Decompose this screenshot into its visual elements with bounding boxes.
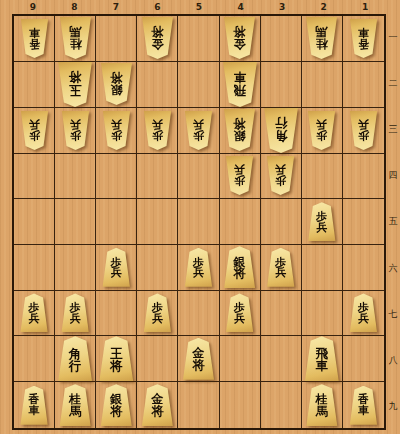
square-89[interactable]: 桂馬 [55,382,96,428]
piece-kanji: 桂馬 [69,394,81,418]
square-62[interactable] [137,62,178,108]
square-35[interactable] [261,199,302,245]
piece-sente-bishop[interactable]: 角行 [57,336,93,381]
file-label-8: 8 [54,0,96,14]
piece-shadow: 金将 [223,17,256,59]
piece-kanji: 歩兵 [193,118,204,140]
square-88[interactable]: 角行 [55,336,96,382]
piece-gote-pawn[interactable]: 歩兵 [102,111,131,150]
piece-gote-knight[interactable]: 桂馬 [305,17,338,59]
piece-sente-pawn[interactable]: 歩兵 [225,293,254,332]
piece-sente-pawn[interactable]: 歩兵 [307,202,336,241]
square-11[interactable]: 香車 [343,16,384,62]
square-26[interactable] [302,245,343,291]
piece-shadow: 銀将 [100,63,133,105]
square-33[interactable]: 角行 [261,108,302,154]
piece-kanji: 歩兵 [29,303,40,325]
square-16[interactable] [343,245,384,291]
piece-shadow: 飛車 [222,62,258,107]
piece-gote-rook[interactable]: 飛車 [222,62,258,107]
piece-sente-pawn[interactable]: 歩兵 [61,293,90,332]
piece-gote-pawn[interactable]: 歩兵 [266,156,295,195]
piece-sente-pawn[interactable]: 歩兵 [266,248,295,287]
piece-gote-pawn[interactable]: 歩兵 [307,111,336,150]
square-38[interactable] [261,336,302,382]
square-32[interactable] [261,62,302,108]
file-label-5: 5 [178,0,220,14]
piece-kanji: 金将 [151,394,163,418]
piece-kanji: 歩兵 [29,118,40,140]
square-52[interactable] [178,62,219,108]
file-label-7: 7 [95,0,137,14]
piece-sente-gold[interactable]: 金将 [141,384,174,426]
square-93[interactable]: 歩兵 [14,108,55,154]
square-54[interactable] [178,154,219,200]
square-78[interactable]: 王将 [96,336,137,382]
piece-sente-silver[interactable]: 銀将 [100,384,133,426]
square-84[interactable] [55,154,96,200]
rank-label-7: 七 [386,291,400,337]
square-56[interactable]: 歩兵 [178,245,219,291]
piece-sente-pawn[interactable]: 歩兵 [184,248,213,287]
piece-gote-bishop[interactable]: 角行 [263,108,299,153]
square-83[interactable]: 歩兵 [55,108,96,154]
piece-kanji: 角行 [274,117,287,142]
square-44[interactable]: 歩兵 [220,154,261,200]
square-82[interactable]: 玉将 [55,62,96,108]
piece-sente-lance[interactable]: 香車 [349,386,378,425]
square-23[interactable]: 歩兵 [302,108,343,154]
square-97[interactable]: 歩兵 [14,291,55,337]
piece-shadow: 歩兵 [184,248,213,287]
square-42[interactable]: 飛車 [220,62,261,108]
piece-sente-knight[interactable]: 桂馬 [59,384,92,426]
piece-gote-pawn[interactable]: 歩兵 [20,111,49,150]
piece-kanji: 歩兵 [358,303,369,325]
piece-sente-pawn[interactable]: 歩兵 [143,293,172,332]
piece-kanji: 歩兵 [234,303,245,325]
square-87[interactable]: 歩兵 [55,291,96,337]
rank-label-2: 二 [386,60,400,106]
square-34[interactable]: 歩兵 [261,154,302,200]
piece-kanji: 銀将 [110,394,122,418]
piece-shadow: 歩兵 [307,111,336,150]
rank-label-8: 八 [386,338,400,384]
square-29[interactable]: 桂馬 [302,382,343,428]
piece-shadow: 銀将 [223,246,256,288]
piece-kanji: 玉将 [69,71,82,96]
piece-kanji: 王将 [110,348,123,373]
square-99[interactable]: 香車 [14,382,55,428]
square-77[interactable] [96,291,137,337]
piece-kanji: 飛車 [316,348,329,373]
piece-kanji: 歩兵 [70,118,81,140]
square-27[interactable] [302,291,343,337]
square-21[interactable]: 桂馬 [302,16,343,62]
piece-shadow: 歩兵 [225,156,254,195]
piece-kanji: 桂馬 [69,26,81,50]
square-19[interactable]: 香車 [343,382,384,428]
piece-kanji: 歩兵 [358,118,369,140]
piece-gote-lance[interactable]: 香車 [349,19,378,58]
piece-kanji: 歩兵 [316,212,327,234]
piece-gote-pawn[interactable]: 歩兵 [184,111,213,150]
piece-shadow: 歩兵 [349,111,378,150]
square-55[interactable] [178,199,219,245]
square-65[interactable] [137,199,178,245]
piece-shadow: 歩兵 [307,202,336,241]
piece-shadow: 角行 [57,336,93,381]
piece-shadow: 歩兵 [266,248,295,287]
square-95[interactable] [14,199,55,245]
piece-kanji: 銀将 [234,117,246,141]
square-57[interactable] [178,291,219,337]
piece-gote-king[interactable]: 玉将 [57,62,93,107]
piece-shadow: 歩兵 [20,293,49,332]
square-86[interactable] [55,245,96,291]
square-81[interactable]: 桂馬 [55,16,96,62]
rank-label-6: 六 [386,245,400,291]
piece-shadow: 角行 [263,108,299,153]
piece-shadow: 桂馬 [59,384,92,426]
piece-sente-rook[interactable]: 飛車 [304,336,340,381]
piece-kanji: 香車 [358,27,369,49]
piece-kanji: 桂馬 [316,394,328,418]
piece-shadow: 歩兵 [20,111,49,150]
piece-gote-lance[interactable]: 香車 [20,19,49,58]
square-15[interactable] [343,199,384,245]
piece-kanji: 歩兵 [111,258,122,280]
piece-gote-pawn[interactable]: 歩兵 [143,111,172,150]
rank-label-1: 一 [386,14,400,60]
piece-kanji: 飛車 [233,71,246,96]
square-75[interactable] [96,199,137,245]
file-label-2: 2 [303,0,345,14]
piece-shadow: 歩兵 [61,293,90,332]
square-48[interactable] [220,336,261,382]
piece-shadow: 桂馬 [59,17,92,59]
file-label-1: 1 [344,0,386,14]
piece-kanji: 歩兵 [275,164,286,186]
square-96[interactable] [14,245,55,291]
piece-kanji: 香車 [29,395,40,417]
piece-sente-pawn[interactable]: 歩兵 [349,293,378,332]
piece-shadow: 歩兵 [184,111,213,150]
file-label-9: 9 [12,0,54,14]
piece-shadow: 香車 [349,386,378,425]
square-37[interactable] [261,291,302,337]
piece-shadow: 王将 [98,336,134,381]
rank-label-9: 九 [386,384,400,430]
square-28[interactable]: 飛車 [302,336,343,382]
square-58[interactable]: 金将 [178,336,219,382]
file-label-4: 4 [220,0,262,14]
square-92[interactable] [14,62,55,108]
piece-kanji: 歩兵 [234,164,245,186]
piece-sente-knight[interactable]: 桂馬 [305,384,338,426]
rank-label-4: 四 [386,153,400,199]
piece-shadow: 香車 [20,19,49,58]
piece-shadow: 金将 [141,384,174,426]
piece-kanji: 歩兵 [193,258,204,280]
square-98[interactable] [14,336,55,382]
piece-kanji: 金将 [151,26,163,50]
square-76[interactable]: 歩兵 [96,245,137,291]
square-53[interactable]: 歩兵 [178,108,219,154]
shogi-board: 香車桂馬金将金将桂馬香車玉将銀将飛車歩兵歩兵歩兵歩兵歩兵銀将角行歩兵歩兵歩兵歩兵… [12,14,386,430]
piece-kanji: 角行 [69,348,82,373]
piece-kanji: 香車 [29,27,40,49]
square-51[interactable] [178,16,219,62]
piece-gote-silver[interactable]: 銀将 [100,63,133,105]
square-13[interactable]: 歩兵 [343,108,384,154]
piece-gote-pawn[interactable]: 歩兵 [225,156,254,195]
piece-shadow: 歩兵 [225,293,254,332]
square-71[interactable] [96,16,137,62]
piece-shadow: 歩兵 [266,156,295,195]
square-17[interactable]: 歩兵 [343,291,384,337]
square-79[interactable]: 銀将 [96,382,137,428]
square-59[interactable] [178,382,219,428]
square-36[interactable]: 歩兵 [261,245,302,291]
square-61[interactable]: 金将 [137,16,178,62]
square-66[interactable] [137,245,178,291]
piece-gote-gold[interactable]: 金将 [141,17,174,59]
piece-gote-pawn[interactable]: 歩兵 [61,111,90,150]
piece-gote-silver[interactable]: 銀将 [223,109,256,151]
square-72[interactable]: 銀将 [96,62,137,108]
piece-shadow: 玉将 [57,62,93,107]
piece-kanji: 銀将 [234,257,246,281]
square-14[interactable] [343,154,384,200]
square-45[interactable] [220,199,261,245]
piece-sente-lance[interactable]: 香車 [20,386,49,425]
piece-shadow: 桂馬 [305,384,338,426]
piece-kanji: 桂馬 [316,26,328,50]
piece-sente-silver[interactable]: 銀将 [223,246,256,288]
square-24[interactable] [302,154,343,200]
piece-kanji: 香車 [358,395,369,417]
shogi-app: 987654321 一二三四五六七八九 香車桂馬金将金将桂馬香車玉将銀将飛車歩兵… [0,0,400,434]
piece-sente-pawn[interactable]: 歩兵 [102,248,131,287]
square-46[interactable]: 銀将 [220,245,261,291]
piece-kanji: 歩兵 [111,118,122,140]
piece-shadow: 香車 [349,19,378,58]
square-64[interactable] [137,154,178,200]
piece-kanji: 歩兵 [152,118,163,140]
piece-shadow: 歩兵 [143,111,172,150]
piece-kanji: 歩兵 [316,118,327,140]
square-12[interactable] [343,62,384,108]
square-94[interactable] [14,154,55,200]
piece-kanji: 歩兵 [152,303,163,325]
piece-shadow: 歩兵 [102,248,131,287]
piece-kanji: 銀将 [110,71,122,95]
piece-shadow: 香車 [20,386,49,425]
square-25[interactable]: 歩兵 [302,199,343,245]
piece-gote-knight[interactable]: 桂馬 [59,17,92,59]
file-label-3: 3 [261,0,303,14]
rank-labels: 一二三四五六七八九 [386,14,400,430]
square-91[interactable]: 香車 [14,16,55,62]
piece-kanji: 金将 [234,26,246,50]
square-43[interactable]: 銀将 [220,108,261,154]
square-68[interactable] [137,336,178,382]
piece-shadow: 飛車 [304,336,340,381]
piece-gote-pawn[interactable]: 歩兵 [349,111,378,150]
square-73[interactable]: 歩兵 [96,108,137,154]
square-67[interactable]: 歩兵 [137,291,178,337]
square-74[interactable] [96,154,137,200]
piece-shadow: 金将 [182,338,215,380]
square-41[interactable]: 金将 [220,16,261,62]
square-39[interactable] [261,382,302,428]
square-47[interactable]: 歩兵 [220,291,261,337]
file-labels: 987654321 [12,0,386,14]
file-label-6: 6 [137,0,179,14]
piece-shadow: 歩兵 [349,293,378,332]
square-69[interactable]: 金将 [137,382,178,428]
rank-label-5: 五 [386,199,400,245]
piece-kanji: 金将 [192,348,204,372]
rank-label-3: 三 [386,106,400,152]
piece-shadow: 歩兵 [61,111,90,150]
square-22[interactable] [302,62,343,108]
piece-sente-king[interactable]: 王将 [98,336,134,381]
piece-gote-gold[interactable]: 金将 [223,17,256,59]
piece-shadow: 歩兵 [102,111,131,150]
square-85[interactable] [55,199,96,245]
piece-kanji: 歩兵 [275,258,286,280]
piece-shadow: 桂馬 [305,17,338,59]
square-31[interactable] [261,16,302,62]
piece-kanji: 歩兵 [70,303,81,325]
piece-shadow: 歩兵 [143,293,172,332]
piece-shadow: 金将 [141,17,174,59]
square-49[interactable] [220,382,261,428]
piece-sente-gold[interactable]: 金将 [182,338,215,380]
piece-shadow: 銀将 [223,109,256,151]
square-18[interactable] [343,336,384,382]
piece-sente-pawn[interactable]: 歩兵 [20,293,49,332]
square-63[interactable]: 歩兵 [137,108,178,154]
piece-shadow: 銀将 [100,384,133,426]
